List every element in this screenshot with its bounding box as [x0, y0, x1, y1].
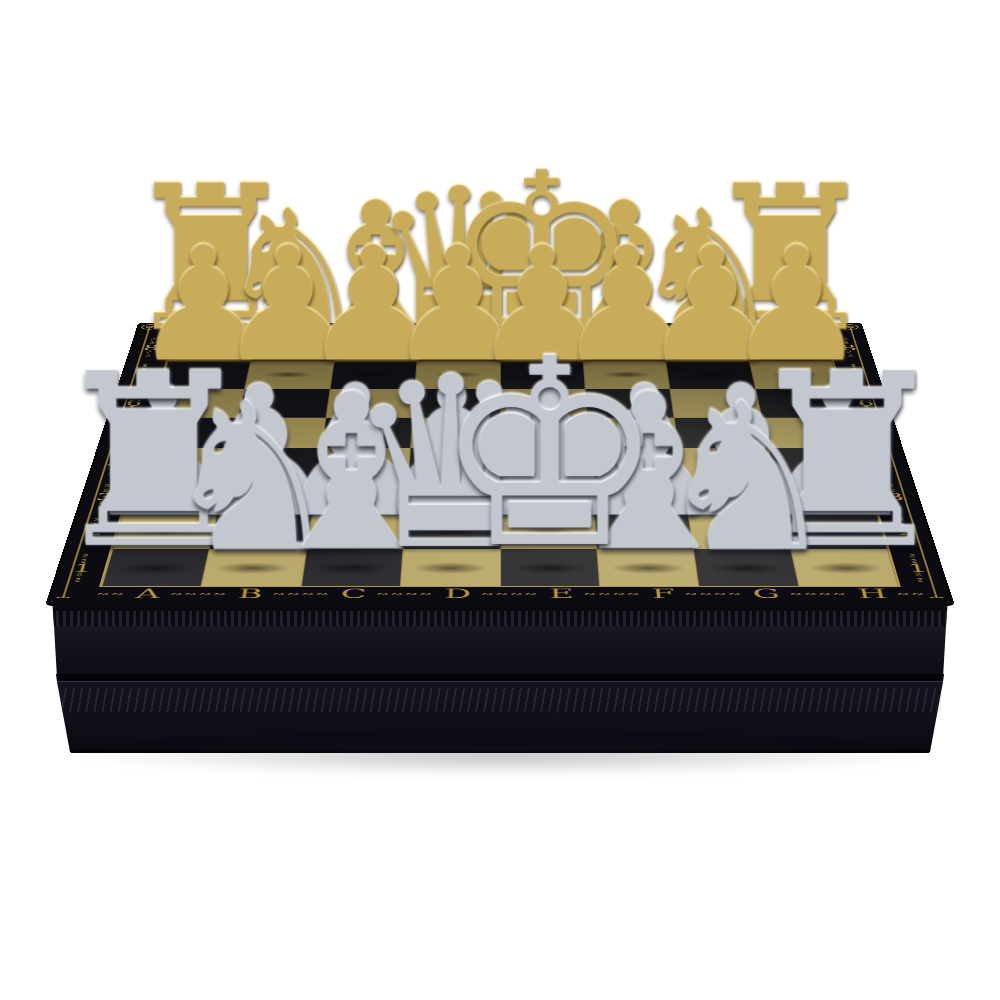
chess-board: ∾∾∾∾∾∾∾∾∾∾∾∾∾∾∾∾∾∾∾∾∾∾∾∾∾∾∾∾∾∾∾∾∾∾∾∾∾∾∾∾… — [49, 323, 952, 604]
floor-shadow — [55, 736, 945, 776]
photo-scene: ∾∾∾∾∾∾∾∾∾∾∾∾∾∾∾∾∾∾∾∾∾∾∾∾∾∾∾∾∾∾∾∾∾∾∾∾∾∾∾∾… — [0, 0, 1000, 1000]
piece-silver-king-e1[interactable]: ♚ — [417, 338, 681, 571]
board-braid-trim — [0, 611, 1000, 626]
case-lid-seam — [0, 674, 1000, 682]
case-lid-side — [0, 626, 1000, 678]
pieces-layer: ♜♞♝♛♚♝♞♜♟♟♟♟♟♟♟♟♟♟♟♟♟♟♟♟♜♞♝♛♚♝♞♜ — [99, 335, 901, 588]
product-photo-chess-set: { "game": "chess", "scene_description": … — [0, 0, 1000, 1000]
case-embossed-band — [0, 688, 1000, 712]
